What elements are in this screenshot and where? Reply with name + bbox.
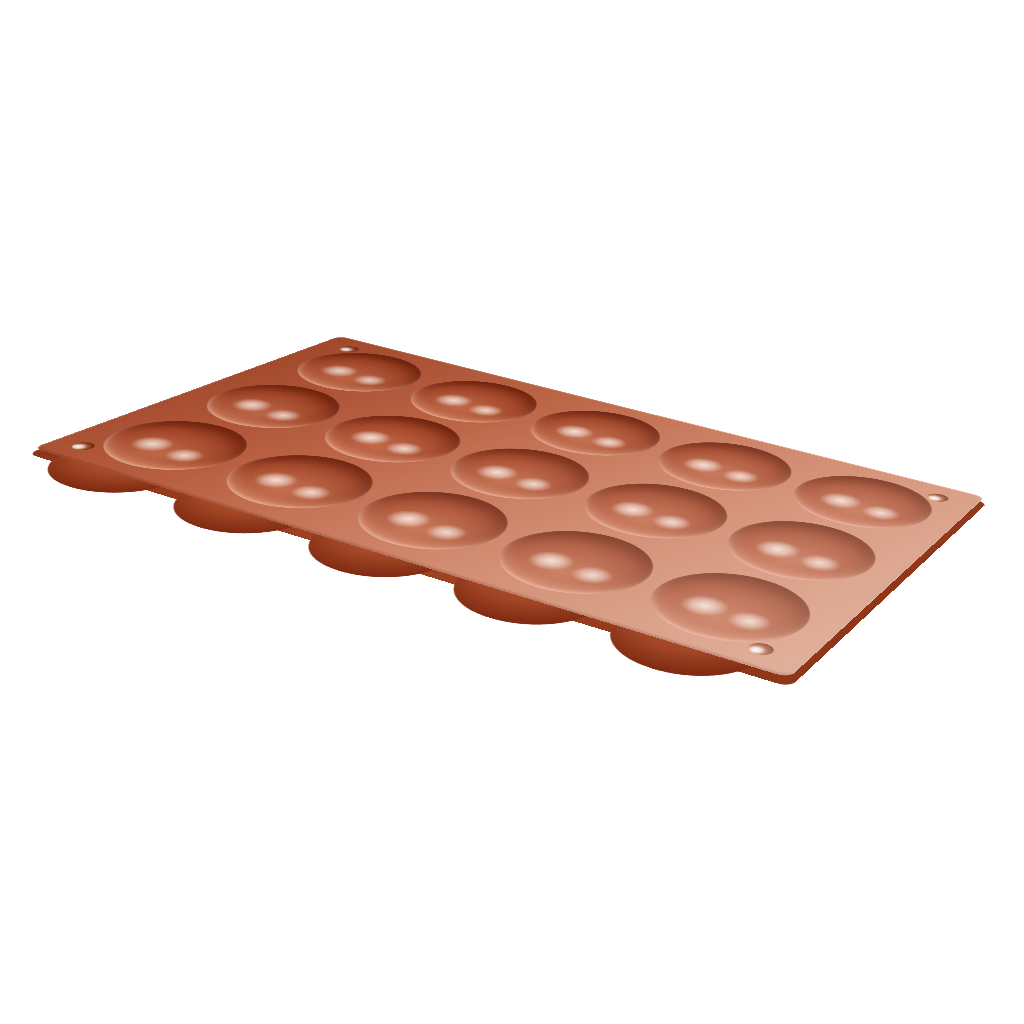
cavity-highlight-spot — [813, 489, 868, 511]
cavity-highlight-spot — [856, 503, 906, 524]
cavity-highlight-spot — [645, 511, 699, 533]
cavity-highlight-spot — [716, 467, 766, 486]
product-photo-stage — [0, 0, 1024, 1024]
cavity-highlight-spot — [793, 551, 847, 575]
cavity-highlight-spot — [719, 608, 778, 635]
cavity-highlight-spot — [584, 434, 633, 452]
